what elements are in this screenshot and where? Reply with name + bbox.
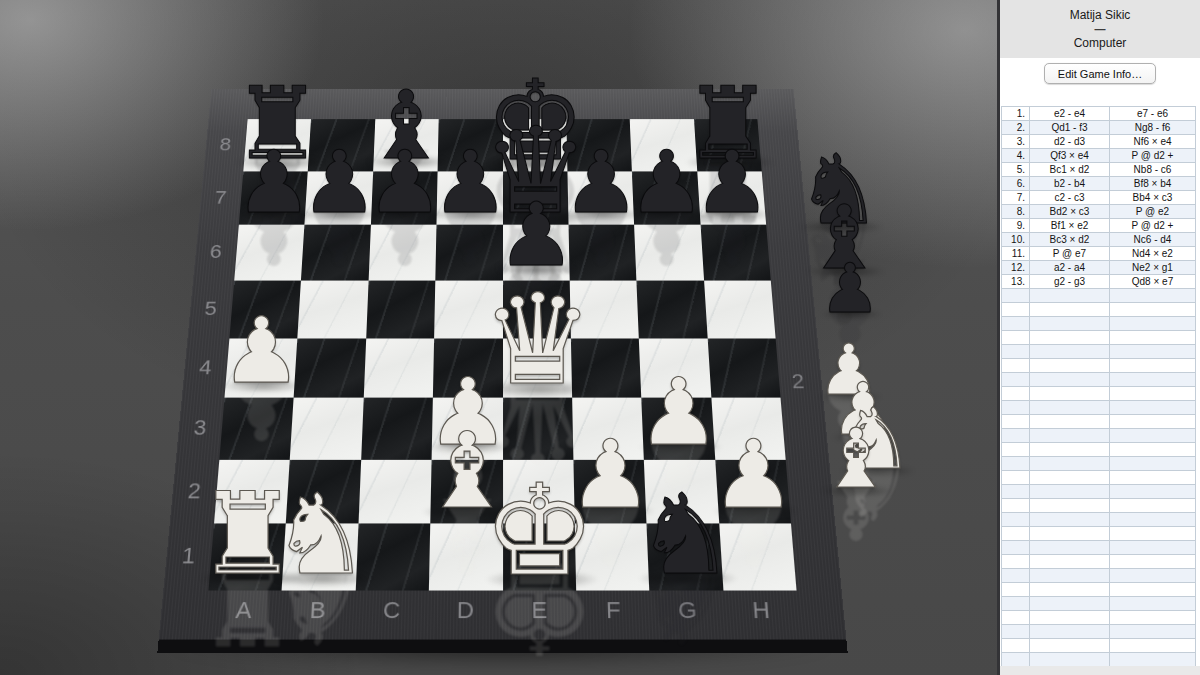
white-move: g2 - g3	[1030, 275, 1110, 288]
white-move: b2 - b4	[1030, 177, 1110, 190]
captured-black-pawn[interactable]: ♟♟	[816, 254, 884, 322]
black-move	[1110, 471, 1195, 484]
square-b5[interactable]	[298, 280, 369, 338]
move-number	[1002, 625, 1030, 638]
move-number	[1002, 429, 1030, 442]
white-move	[1030, 527, 1110, 540]
black-pawn-icon: ♟	[492, 192, 580, 280]
move-row-8: 8.Bd2 × c3P @ e2	[1002, 205, 1195, 219]
white-move	[1030, 541, 1110, 554]
move-row-25	[1002, 443, 1195, 457]
white-move: P @ e7	[1030, 247, 1110, 260]
move-row-26	[1002, 457, 1195, 471]
black-move	[1110, 443, 1195, 456]
move-number	[1002, 485, 1030, 498]
black-move	[1110, 611, 1195, 624]
white-move	[1030, 485, 1110, 498]
move-row-24	[1002, 429, 1195, 443]
white-pawn-icon: ♟	[216, 306, 307, 397]
black-move: e7 - e6	[1110, 107, 1195, 120]
move-number: 3.	[1002, 135, 1030, 148]
move-row-13: 13.g2 - g3Qd8 × e7	[1002, 275, 1195, 289]
black-move	[1110, 625, 1195, 638]
move-number	[1002, 569, 1030, 582]
piece-white-pawn-a4[interactable]: ♟♟	[216, 306, 307, 397]
move-number	[1002, 471, 1030, 484]
move-row-6: 6.b2 - b4Bf8 × b4	[1002, 177, 1195, 191]
white-move	[1030, 317, 1110, 330]
move-number: 13.	[1002, 275, 1030, 288]
white-move: d2 - d3	[1030, 135, 1110, 148]
white-king-icon: ♚	[477, 468, 603, 594]
players-header: Matija Sikic — Computer	[1000, 0, 1200, 58]
move-row-35	[1002, 583, 1195, 597]
black-move	[1110, 639, 1195, 652]
piece-white-king-e1[interactable]: ♚♚	[477, 468, 603, 594]
black-move	[1110, 401, 1195, 414]
move-row-22	[1002, 401, 1195, 415]
move-row-29	[1002, 499, 1195, 513]
move-row-15	[1002, 303, 1195, 317]
game-scene: 87654321 2 ABCDEFGH ♜♜♝♝♚♚♜♜♟♟♟♟♟♟♟♟♛♛♟♟…	[0, 0, 997, 675]
black-move: Nd4 × e2	[1110, 247, 1195, 260]
black-move	[1110, 499, 1195, 512]
white-move	[1030, 555, 1110, 568]
move-row-2: 2.Qd1 - f3Ng8 - f6	[1002, 121, 1195, 135]
move-row-17	[1002, 331, 1195, 345]
move-row-34	[1002, 569, 1195, 583]
move-number: 2.	[1002, 121, 1030, 134]
white-move	[1030, 639, 1110, 652]
black-move: Nb8 - c6	[1110, 163, 1195, 176]
black-pawn-icon: ♟	[816, 254, 884, 322]
move-number	[1002, 513, 1030, 526]
move-number: 4.	[1002, 149, 1030, 162]
white-move: Bf1 × e2	[1030, 219, 1110, 232]
piece-black-knight-g1[interactable]: ♞♞	[630, 480, 741, 591]
black-move	[1110, 597, 1195, 610]
move-number: 10.	[1002, 233, 1030, 246]
black-move	[1110, 331, 1195, 344]
black-move	[1110, 317, 1195, 330]
white-move: c2 - c3	[1030, 191, 1110, 204]
white-move: Bc3 × d2	[1030, 233, 1110, 246]
black-move	[1110, 415, 1195, 428]
move-row-39	[1002, 639, 1195, 653]
black-move: Qd8 × e7	[1110, 275, 1195, 288]
piece-black-pawn-e6[interactable]: ♟♟	[492, 192, 580, 280]
move-number: 1.	[1002, 107, 1030, 120]
white-move	[1030, 471, 1110, 484]
rank-label-right: 2	[782, 370, 815, 394]
move-number: 5.	[1002, 163, 1030, 176]
move-row-11: 11.P @ e7Nd4 × e2	[1002, 247, 1195, 261]
sidebar-footer	[1000, 666, 1200, 675]
black-move	[1110, 583, 1195, 596]
move-number	[1002, 583, 1030, 596]
white-move	[1030, 415, 1110, 428]
black-move	[1110, 485, 1195, 498]
black-move	[1110, 359, 1195, 372]
move-number	[1002, 527, 1030, 540]
square-h5[interactable]	[704, 280, 776, 338]
move-row-40	[1002, 653, 1195, 667]
white-move: e2 - e4	[1030, 107, 1110, 120]
black-move	[1110, 345, 1195, 358]
move-row-28	[1002, 485, 1195, 499]
move-row-37	[1002, 611, 1195, 625]
move-row-36	[1002, 597, 1195, 611]
piece-white-knight-b1[interactable]: ♞♞	[265, 480, 376, 591]
move-row-5: 5.Bc1 × d2Nb8 - c6	[1002, 163, 1195, 177]
move-row-12: 12.a2 - a4Ne2 × g1	[1002, 261, 1195, 275]
move-number	[1002, 499, 1030, 512]
move-row-20	[1002, 373, 1195, 387]
square-c5[interactable]	[366, 280, 435, 338]
white-move	[1030, 331, 1110, 344]
black-move	[1110, 653, 1195, 666]
white-move	[1030, 499, 1110, 512]
move-number	[1002, 289, 1030, 302]
white-move: Bd2 × c3	[1030, 205, 1110, 218]
white-move	[1030, 345, 1110, 358]
black-player-name: Computer	[1000, 36, 1200, 50]
white-move	[1030, 373, 1110, 386]
move-number: 9.	[1002, 219, 1030, 232]
black-move	[1110, 289, 1195, 302]
white-move	[1030, 569, 1110, 582]
black-move: P @ d2 +	[1110, 219, 1195, 232]
move-row-38	[1002, 625, 1195, 639]
black-move	[1110, 569, 1195, 582]
black-move	[1110, 457, 1195, 470]
move-number	[1002, 541, 1030, 554]
white-move: Qd1 - f3	[1030, 121, 1110, 134]
white-knight-icon: ♞	[265, 480, 376, 591]
black-move	[1110, 555, 1195, 568]
white-player-name: Matija Sikic	[1000, 8, 1200, 22]
move-number	[1002, 555, 1030, 568]
move-number: 7.	[1002, 191, 1030, 204]
move-row-27	[1002, 471, 1195, 485]
white-move	[1030, 611, 1110, 624]
black-move: Nf6 × e4	[1110, 135, 1195, 148]
move-row-19	[1002, 359, 1195, 373]
black-move	[1110, 513, 1195, 526]
move-number	[1002, 457, 1030, 470]
white-move	[1030, 443, 1110, 456]
white-move	[1030, 303, 1110, 316]
black-move: Bb4 × c3	[1110, 191, 1195, 204]
black-knight-icon: ♞	[630, 480, 741, 591]
move-number	[1002, 415, 1030, 428]
black-move: P @ e2	[1110, 205, 1195, 218]
move-number	[1002, 359, 1030, 372]
captured-white-bishop[interactable]: ♝♝	[815, 418, 897, 500]
white-move	[1030, 289, 1110, 302]
move-number	[1002, 303, 1030, 316]
black-move: Bf8 × b4	[1110, 177, 1195, 190]
move-number	[1002, 401, 1030, 414]
move-number: 6.	[1002, 177, 1030, 190]
move-row-32	[1002, 541, 1195, 555]
move-row-10: 10.Bc3 × d2Nc6 - d4	[1002, 233, 1195, 247]
move-number	[1002, 611, 1030, 624]
white-move	[1030, 625, 1110, 638]
move-row-3: 3.d2 - d3Nf6 × e4	[1002, 135, 1195, 149]
black-move: Ng8 - f6	[1110, 121, 1195, 134]
move-row-30	[1002, 513, 1195, 527]
move-number: 12.	[1002, 261, 1030, 274]
white-move	[1030, 359, 1110, 372]
move-number	[1002, 639, 1030, 652]
white-move	[1030, 401, 1110, 414]
move-number	[1002, 387, 1030, 400]
move-number	[1002, 653, 1030, 666]
white-move	[1030, 429, 1110, 442]
move-row-21	[1002, 387, 1195, 401]
move-row-7: 7.c2 - c3Bb4 × c3	[1002, 191, 1195, 205]
moves-table: 1.e2 - e4e7 - e62.Qd1 - f3Ng8 - f63.d2 -…	[1001, 106, 1196, 667]
move-row-16	[1002, 317, 1195, 331]
move-number: 11.	[1002, 247, 1030, 260]
edit-game-info-button[interactable]: Edit Game Info…	[1044, 63, 1156, 84]
black-move	[1110, 303, 1195, 316]
move-row-4: 4.Qf3 × e4P @ d2 +	[1002, 149, 1195, 163]
move-row-14	[1002, 289, 1195, 303]
white-bishop-icon: ♝	[815, 418, 897, 500]
white-move	[1030, 457, 1110, 470]
white-move	[1030, 513, 1110, 526]
move-row-31	[1002, 527, 1195, 541]
piece-black-pawn-h7[interactable]: ♟♟	[689, 139, 775, 225]
move-row-9: 9.Bf1 × e2P @ d2 +	[1002, 219, 1195, 233]
white-move: a2 - a4	[1030, 261, 1110, 274]
black-pawn-icon: ♟	[689, 139, 775, 225]
black-move	[1110, 527, 1195, 540]
move-row-1: 1.e2 - e4e7 - e6	[1002, 107, 1195, 121]
move-number: 8.	[1002, 205, 1030, 218]
black-move: Nc6 - d4	[1110, 233, 1195, 246]
black-move: Ne2 × g1	[1110, 261, 1195, 274]
move-number	[1002, 317, 1030, 330]
move-number	[1002, 331, 1030, 344]
black-move	[1110, 373, 1195, 386]
move-number	[1002, 443, 1030, 456]
players-separator: —	[1000, 23, 1200, 35]
white-move: Bc1 × d2	[1030, 163, 1110, 176]
game-sidebar: Matija Sikic — Computer Edit Game Info… …	[997, 0, 1200, 675]
move-number	[1002, 345, 1030, 358]
pieces-layer: ♜♜♝♝♚♚♜♜♟♟♟♟♟♟♟♟♛♛♟♟♟♟♟♟♟♟♟♟♛♛♟♟♟♟♝♝♟♟♟♟…	[0, 0, 997, 675]
white-move	[1030, 583, 1110, 596]
black-move	[1110, 541, 1195, 554]
white-move	[1030, 597, 1110, 610]
white-move	[1030, 387, 1110, 400]
move-row-33	[1002, 555, 1195, 569]
white-move	[1030, 653, 1110, 666]
black-move	[1110, 429, 1195, 442]
move-number	[1002, 373, 1030, 386]
move-row-23	[1002, 415, 1195, 429]
black-move: P @ d2 +	[1110, 149, 1195, 162]
black-move	[1110, 387, 1195, 400]
white-move: Qf3 × e4	[1030, 149, 1110, 162]
move-number	[1002, 597, 1030, 610]
move-row-18	[1002, 345, 1195, 359]
square-g5[interactable]	[637, 280, 708, 338]
